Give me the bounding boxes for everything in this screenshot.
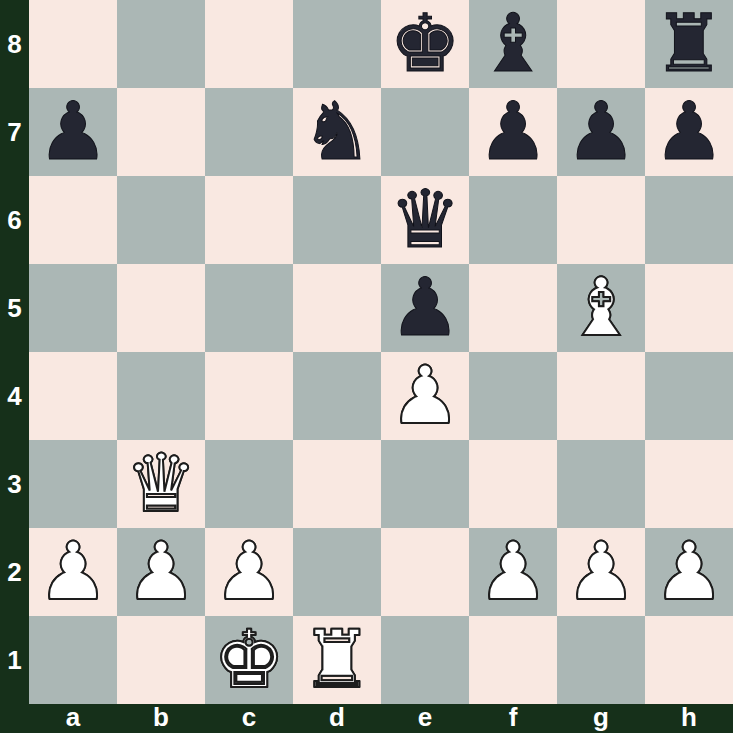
- square-h8[interactable]: ♜: [645, 0, 733, 88]
- rank-label-6: 6: [0, 176, 29, 264]
- square-h5[interactable]: [645, 264, 733, 352]
- square-c6[interactable]: [205, 176, 293, 264]
- square-e2[interactable]: [381, 528, 469, 616]
- square-h2[interactable]: ♟: [645, 528, 733, 616]
- board-corner: [0, 704, 29, 733]
- square-a7[interactable]: ♟: [29, 88, 117, 176]
- rank-label-5: 5: [0, 264, 29, 352]
- square-a2[interactable]: ♟: [29, 528, 117, 616]
- file-label-c: c: [205, 704, 293, 733]
- square-h7[interactable]: ♟: [645, 88, 733, 176]
- square-d8[interactable]: [293, 0, 381, 88]
- square-a8[interactable]: [29, 0, 117, 88]
- black-pawn-piece[interactable]: ♟: [37, 88, 109, 176]
- square-b5[interactable]: [117, 264, 205, 352]
- black-king-piece[interactable]: ♚: [389, 0, 461, 88]
- square-d5[interactable]: [293, 264, 381, 352]
- square-c1[interactable]: ♚: [205, 616, 293, 704]
- square-f7[interactable]: ♟: [469, 88, 557, 176]
- white-pawn-piece[interactable]: ♟: [477, 528, 549, 616]
- file-label-b: b: [117, 704, 205, 733]
- square-h6[interactable]: [645, 176, 733, 264]
- square-b8[interactable]: [117, 0, 205, 88]
- square-a4[interactable]: [29, 352, 117, 440]
- square-f2[interactable]: ♟: [469, 528, 557, 616]
- square-g6[interactable]: [557, 176, 645, 264]
- square-e6[interactable]: ♛: [381, 176, 469, 264]
- square-g8[interactable]: [557, 0, 645, 88]
- square-b3[interactable]: ♛: [117, 440, 205, 528]
- square-f5[interactable]: [469, 264, 557, 352]
- square-c5[interactable]: [205, 264, 293, 352]
- square-d6[interactable]: [293, 176, 381, 264]
- square-g4[interactable]: [557, 352, 645, 440]
- black-queen-piece[interactable]: ♛: [389, 176, 461, 264]
- square-h4[interactable]: [645, 352, 733, 440]
- square-c8[interactable]: [205, 0, 293, 88]
- black-pawn-piece[interactable]: ♟: [653, 88, 725, 176]
- square-d4[interactable]: [293, 352, 381, 440]
- file-label-d: d: [293, 704, 381, 733]
- square-d2[interactable]: [293, 528, 381, 616]
- square-e3[interactable]: [381, 440, 469, 528]
- white-pawn-piece[interactable]: ♟: [37, 528, 109, 616]
- black-knight-piece[interactable]: ♞: [301, 88, 373, 176]
- white-pawn-piece[interactable]: ♟: [389, 352, 461, 440]
- square-a6[interactable]: [29, 176, 117, 264]
- white-pawn-piece[interactable]: ♟: [125, 528, 197, 616]
- black-bishop-piece[interactable]: ♝: [477, 0, 549, 88]
- square-g2[interactable]: ♟: [557, 528, 645, 616]
- square-c2[interactable]: ♟: [205, 528, 293, 616]
- white-king-piece[interactable]: ♚: [213, 616, 285, 704]
- square-b2[interactable]: ♟: [117, 528, 205, 616]
- black-rook-piece[interactable]: ♜: [653, 0, 725, 88]
- white-bishop-piece[interactable]: ♝: [565, 264, 637, 352]
- square-e8[interactable]: ♚: [381, 0, 469, 88]
- square-f1[interactable]: [469, 616, 557, 704]
- square-e4[interactable]: ♟: [381, 352, 469, 440]
- white-pawn-piece[interactable]: ♟: [213, 528, 285, 616]
- square-a1[interactable]: [29, 616, 117, 704]
- black-pawn-piece[interactable]: ♟: [477, 88, 549, 176]
- white-rook-piece[interactable]: ♜: [301, 616, 373, 704]
- rank-label-4: 4: [0, 352, 29, 440]
- file-label-e: e: [381, 704, 469, 733]
- square-a5[interactable]: [29, 264, 117, 352]
- square-g7[interactable]: ♟: [557, 88, 645, 176]
- square-b4[interactable]: [117, 352, 205, 440]
- square-b6[interactable]: [117, 176, 205, 264]
- white-pawn-piece[interactable]: ♟: [653, 528, 725, 616]
- square-e7[interactable]: [381, 88, 469, 176]
- white-queen-piece[interactable]: ♛: [125, 440, 197, 528]
- square-h3[interactable]: [645, 440, 733, 528]
- square-g3[interactable]: [557, 440, 645, 528]
- chess-board-frame: 8♚♝♜7♟♞♟♟♟6♛5♟♝4♟3♛2♟♟♟♟♟♟1♚♜abcdefgh: [0, 0, 733, 733]
- square-f6[interactable]: [469, 176, 557, 264]
- rank-label-2: 2: [0, 528, 29, 616]
- rank-label-7: 7: [0, 88, 29, 176]
- black-pawn-piece[interactable]: ♟: [565, 88, 637, 176]
- rank-label-8: 8: [0, 0, 29, 88]
- square-h1[interactable]: [645, 616, 733, 704]
- square-g5[interactable]: ♝: [557, 264, 645, 352]
- white-pawn-piece[interactable]: ♟: [565, 528, 637, 616]
- square-b1[interactable]: [117, 616, 205, 704]
- square-f4[interactable]: [469, 352, 557, 440]
- square-f8[interactable]: ♝: [469, 0, 557, 88]
- square-g1[interactable]: [557, 616, 645, 704]
- square-e1[interactable]: [381, 616, 469, 704]
- square-e5[interactable]: ♟: [381, 264, 469, 352]
- square-c4[interactable]: [205, 352, 293, 440]
- rank-label-1: 1: [0, 616, 29, 704]
- square-d3[interactable]: [293, 440, 381, 528]
- square-d7[interactable]: ♞: [293, 88, 381, 176]
- square-f3[interactable]: [469, 440, 557, 528]
- square-a3[interactable]: [29, 440, 117, 528]
- square-c7[interactable]: [205, 88, 293, 176]
- file-label-f: f: [469, 704, 557, 733]
- square-b7[interactable]: [117, 88, 205, 176]
- rank-label-3: 3: [0, 440, 29, 528]
- square-c3[interactable]: [205, 440, 293, 528]
- black-pawn-piece[interactable]: ♟: [389, 264, 461, 352]
- file-label-a: a: [29, 704, 117, 733]
- file-label-g: g: [557, 704, 645, 733]
- square-d1[interactable]: ♜: [293, 616, 381, 704]
- file-label-h: h: [645, 704, 733, 733]
